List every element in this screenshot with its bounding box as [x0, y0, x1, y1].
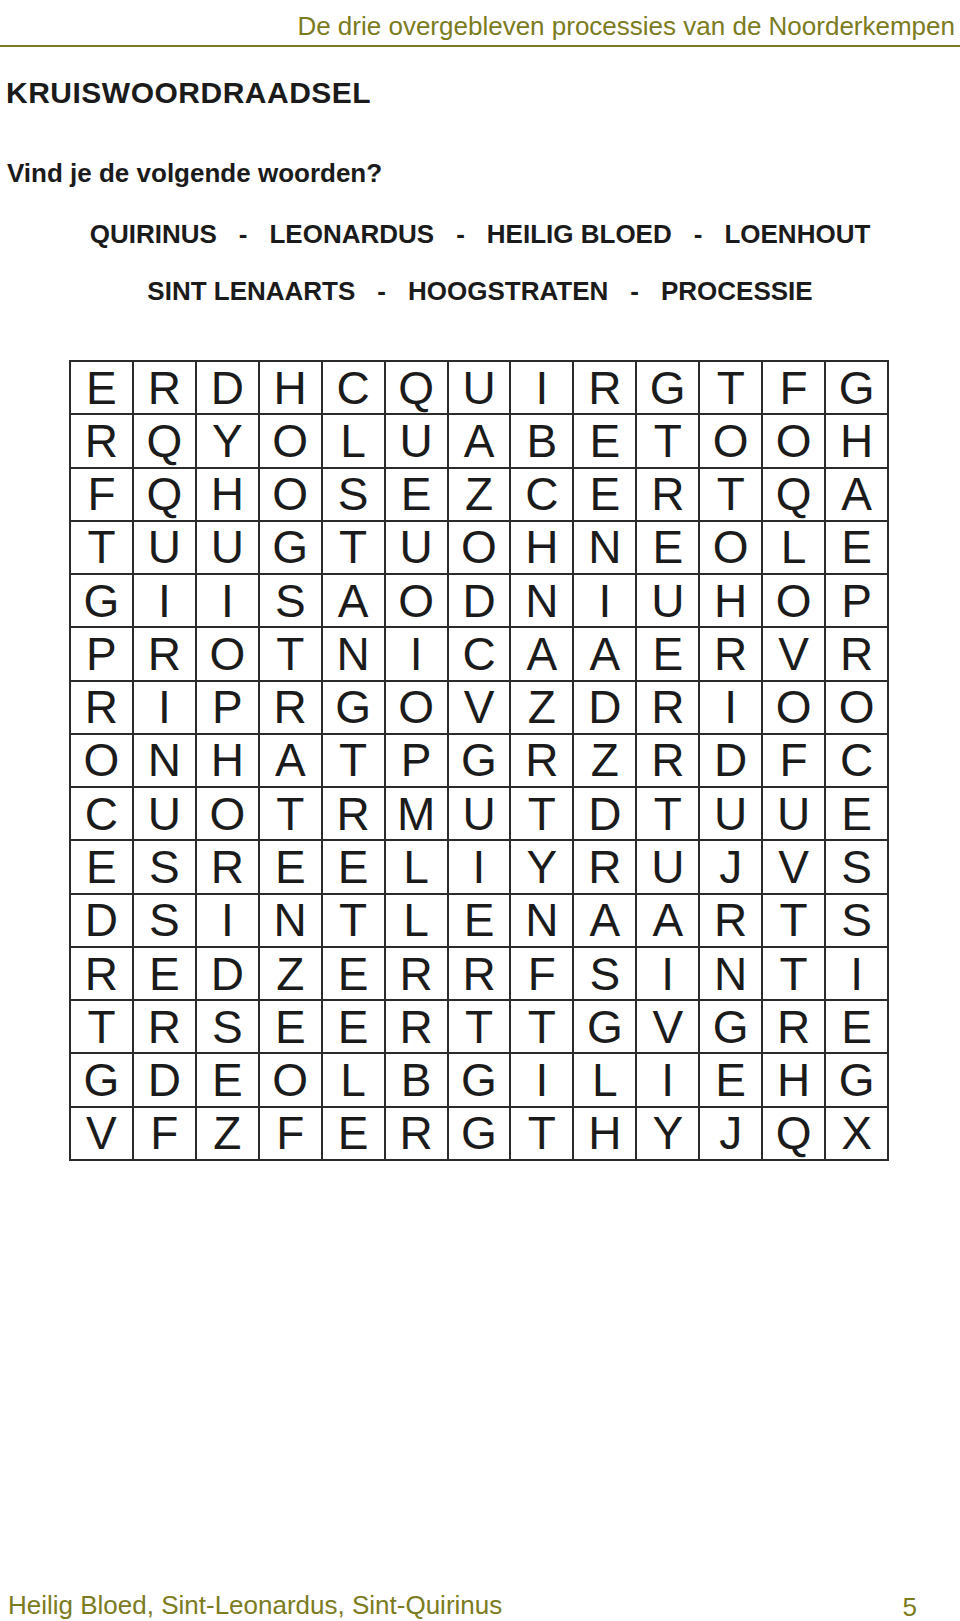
grid-cell-r5c13[interactable]: P: [825, 574, 888, 627]
grid-cell-r2c12[interactable]: O: [762, 414, 825, 467]
grid-cell-r11c5[interactable]: T: [322, 894, 385, 947]
grid-cell-r8c4[interactable]: A: [259, 734, 322, 787]
grid-cell-r6c10[interactable]: E: [636, 627, 699, 680]
grid-cell-r9c4[interactable]: T: [259, 787, 322, 840]
grid-cell-r15c11[interactable]: J: [699, 1107, 762, 1160]
grid-cell-r5c11[interactable]: H: [699, 574, 762, 627]
grid-cell-r15c3[interactable]: Z: [196, 1107, 259, 1160]
grid-cell-r3c6[interactable]: E: [385, 468, 448, 521]
grid-cell-r1c13[interactable]: G: [825, 361, 888, 414]
grid-cell-r10c2[interactable]: S: [133, 840, 196, 893]
grid-cell-r2c4[interactable]: O: [259, 414, 322, 467]
grid-cell-r2c7[interactable]: A: [448, 414, 511, 467]
grid-cell-r10c10[interactable]: U: [636, 840, 699, 893]
grid-cell-r12c4[interactable]: Z: [259, 947, 322, 1000]
grid-cell-r4c1[interactable]: T: [70, 521, 133, 574]
grid-cell-r4c5[interactable]: T: [322, 521, 385, 574]
grid-cell-r9c3[interactable]: O: [196, 787, 259, 840]
grid-cell-r7c12[interactable]: O: [762, 681, 825, 734]
grid-cell-r13c6[interactable]: R: [385, 1000, 448, 1053]
grid-cell-r11c7[interactable]: E: [448, 894, 511, 947]
grid-cell-r14c10[interactable]: I: [636, 1053, 699, 1106]
grid-cell-r4c11[interactable]: O: [699, 521, 762, 574]
grid-cell-r1c4[interactable]: H: [259, 361, 322, 414]
grid-cell-r13c10[interactable]: V: [636, 1000, 699, 1053]
grid-cell-r14c1[interactable]: G: [70, 1053, 133, 1106]
grid-cell-r10c13[interactable]: S: [825, 840, 888, 893]
grid-cell-r12c5[interactable]: E: [322, 947, 385, 1000]
grid-cell-r4c4[interactable]: G: [259, 521, 322, 574]
grid-cell-r6c1[interactable]: P: [70, 627, 133, 680]
grid-cell-r13c11[interactable]: G: [699, 1000, 762, 1053]
grid-cell-r15c8[interactable]: T: [510, 1107, 573, 1160]
grid-cell-r3c7[interactable]: Z: [448, 468, 511, 521]
grid-cell-r12c1[interactable]: R: [70, 947, 133, 1000]
grid-cell-r12c13[interactable]: I: [825, 947, 888, 1000]
grid-cell-r2c13[interactable]: H: [825, 414, 888, 467]
grid-cell-r8c1[interactable]: O: [70, 734, 133, 787]
grid-cell-r5c12[interactable]: O: [762, 574, 825, 627]
grid-cell-r2c6[interactable]: U: [385, 414, 448, 467]
grid-cell-r5c8[interactable]: N: [510, 574, 573, 627]
grid-cell-r8c7[interactable]: G: [448, 734, 511, 787]
grid-cell-r15c5[interactable]: E: [322, 1107, 385, 1160]
grid-cell-r7c4[interactable]: R: [259, 681, 322, 734]
grid-cell-r7c2[interactable]: I: [133, 681, 196, 734]
grid-cell-r3c3[interactable]: H: [196, 468, 259, 521]
grid-cell-r11c8[interactable]: N: [510, 894, 573, 947]
grid-cell-r13c12[interactable]: R: [762, 1000, 825, 1053]
grid-cell-r14c4[interactable]: O: [259, 1053, 322, 1106]
grid-cell-r8c3[interactable]: H: [196, 734, 259, 787]
grid-cell-r8c2[interactable]: N: [133, 734, 196, 787]
grid-cell-r13c2[interactable]: R: [133, 1000, 196, 1053]
grid-cell-r3c12[interactable]: Q: [762, 468, 825, 521]
document-header: De drie overgebleven processies van de N…: [0, 0, 960, 47]
search-word: PROCESSIE: [661, 276, 813, 307]
grid-cell-r8c13[interactable]: C: [825, 734, 888, 787]
word-separator: -: [630, 276, 639, 307]
grid-cell-r13c4[interactable]: E: [259, 1000, 322, 1053]
grid-cell-r15c6[interactable]: R: [385, 1107, 448, 1160]
grid-cell-r13c13[interactable]: E: [825, 1000, 888, 1053]
grid-cell-r10c11[interactable]: J: [699, 840, 762, 893]
grid-cell-r6c5[interactable]: N: [322, 627, 385, 680]
grid-cell-r5c10[interactable]: U: [636, 574, 699, 627]
grid-cell-r10c12[interactable]: V: [762, 840, 825, 893]
grid-cell-r3c5[interactable]: S: [322, 468, 385, 521]
grid-cell-r10c7[interactable]: I: [448, 840, 511, 893]
grid-cell-r4c2[interactable]: U: [133, 521, 196, 574]
grid-cell-r1c6[interactable]: Q: [385, 361, 448, 414]
grid-cell-r12c10[interactable]: I: [636, 947, 699, 1000]
grid-cell-r15c12[interactable]: Q: [762, 1107, 825, 1160]
grid-cell-r13c1[interactable]: T: [70, 1000, 133, 1053]
grid-cell-r11c12[interactable]: T: [762, 894, 825, 947]
grid-cell-r10c4[interactable]: E: [259, 840, 322, 893]
word-list-row-1: QUIRINUS-LEONARDUS-HEILIG BLOED-LOENHOUT: [0, 219, 960, 250]
grid-cell-r5c5[interactable]: A: [322, 574, 385, 627]
grid-cell-r13c5[interactable]: E: [322, 1000, 385, 1053]
grid-cell-r2c1[interactable]: R: [70, 414, 133, 467]
grid-cell-r6c11[interactable]: R: [699, 627, 762, 680]
footer-note: Heilig Bloed, Sint-Leonardus, Sint-Quiri…: [0, 1590, 510, 1621]
grid-cell-r8c9[interactable]: Z: [573, 734, 636, 787]
grid-cell-r4c10[interactable]: E: [636, 521, 699, 574]
grid-cell-r4c8[interactable]: H: [510, 521, 573, 574]
grid-cell-r2c11[interactable]: O: [699, 414, 762, 467]
grid-cell-r9c5[interactable]: R: [322, 787, 385, 840]
grid-cell-r14c7[interactable]: G: [448, 1053, 511, 1106]
grid-cell-r7c13[interactable]: O: [825, 681, 888, 734]
search-word: HEILIG BLOED: [487, 219, 672, 250]
word-search-grid: ERDHCQUIRGTFGRQYOLUABETOOHFQHOSEZCERTQAT…: [69, 360, 889, 1161]
grid-cell-r8c5[interactable]: T: [322, 734, 385, 787]
grid-cell-r10c1[interactable]: E: [70, 840, 133, 893]
grid-cell-r4c3[interactable]: U: [196, 521, 259, 574]
grid-cell-r5c6[interactable]: O: [385, 574, 448, 627]
grid-cell-r4c12[interactable]: L: [762, 521, 825, 574]
grid-cell-r13c8[interactable]: T: [510, 1000, 573, 1053]
grid-cell-r14c9[interactable]: L: [573, 1053, 636, 1106]
grid-cell-r7c5[interactable]: G: [322, 681, 385, 734]
grid-cell-r10c9[interactable]: R: [573, 840, 636, 893]
grid-cell-r14c12[interactable]: H: [762, 1053, 825, 1106]
grid-cell-r12c8[interactable]: F: [510, 947, 573, 1000]
grid-cell-r8c11[interactable]: D: [699, 734, 762, 787]
grid-cell-r1c11[interactable]: T: [699, 361, 762, 414]
word-separator: -: [377, 276, 386, 307]
grid-cell-r15c2[interactable]: F: [133, 1107, 196, 1160]
grid-cell-r12c7[interactable]: R: [448, 947, 511, 1000]
grid-cell-r7c1[interactable]: R: [70, 681, 133, 734]
grid-cell-r15c1[interactable]: V: [70, 1107, 133, 1160]
word-separator: -: [456, 219, 465, 250]
grid-cell-r8c6[interactable]: P: [385, 734, 448, 787]
grid-cell-r9c9[interactable]: D: [573, 787, 636, 840]
grid-cell-r3c13[interactable]: A: [825, 468, 888, 521]
grid-cell-r9c1[interactable]: C: [70, 787, 133, 840]
grid-cell-r9c11[interactable]: U: [699, 787, 762, 840]
grid-cell-r14c5[interactable]: L: [322, 1053, 385, 1106]
grid-cell-r15c13[interactable]: X: [825, 1107, 888, 1160]
grid-cell-r6c9[interactable]: A: [573, 627, 636, 680]
grid-cell-r9c12[interactable]: U: [762, 787, 825, 840]
grid-cell-r9c10[interactable]: T: [636, 787, 699, 840]
grid-cell-r14c8[interactable]: I: [510, 1053, 573, 1106]
grid-cell-r5c7[interactable]: D: [448, 574, 511, 627]
grid-cell-r3c8[interactable]: C: [510, 468, 573, 521]
grid-cell-r11c3[interactable]: I: [196, 894, 259, 947]
grid-cell-r14c2[interactable]: D: [133, 1053, 196, 1106]
grid-cell-r7c8[interactable]: Z: [510, 681, 573, 734]
grid-cell-r2c9[interactable]: E: [573, 414, 636, 467]
grid-cell-r6c13[interactable]: R: [825, 627, 888, 680]
grid-cell-r1c8[interactable]: I: [510, 361, 573, 414]
grid-cell-r12c2[interactable]: E: [133, 947, 196, 1000]
grid-cell-r12c3[interactable]: D: [196, 947, 259, 1000]
grid-cell-r2c2[interactable]: Q: [133, 414, 196, 467]
grid-cell-r2c8[interactable]: B: [510, 414, 573, 467]
grid-cell-r11c11[interactable]: R: [699, 894, 762, 947]
grid-cell-r4c13[interactable]: E: [825, 521, 888, 574]
grid-cell-r13c9[interactable]: G: [573, 1000, 636, 1053]
grid-cell-r9c8[interactable]: T: [510, 787, 573, 840]
word-list-row-2: SINT LENAARTS-HOOGSTRATEN-PROCESSIE: [0, 276, 960, 307]
grid-cell-r3c2[interactable]: Q: [133, 468, 196, 521]
grid-cell-r7c7[interactable]: V: [448, 681, 511, 734]
page-title: De drie overgebleven processies van de N…: [297, 11, 955, 42]
grid-cell-r14c3[interactable]: E: [196, 1053, 259, 1106]
grid-cell-r1c2[interactable]: R: [133, 361, 196, 414]
grid-cell-r3c11[interactable]: T: [699, 468, 762, 521]
word-separator: -: [694, 219, 703, 250]
grid-cell-r3c10[interactable]: R: [636, 468, 699, 521]
grid-cell-r5c9[interactable]: I: [573, 574, 636, 627]
search-word: LEONARDUS: [269, 219, 434, 250]
grid-cell-r4c6[interactable]: U: [385, 521, 448, 574]
find-words-prompt: Vind je de volgende woorden?: [7, 158, 382, 189]
search-word: HOOGSTRATEN: [408, 276, 608, 307]
grid-cell-r6c12[interactable]: V: [762, 627, 825, 680]
grid-cell-r10c8[interactable]: Y: [510, 840, 573, 893]
grid-cell-r9c2[interactable]: U: [133, 787, 196, 840]
grid-cell-r1c7[interactable]: U: [448, 361, 511, 414]
grid-cell-r1c1[interactable]: E: [70, 361, 133, 414]
grid-cell-r11c4[interactable]: N: [259, 894, 322, 947]
grid-cell-r15c9[interactable]: H: [573, 1107, 636, 1160]
grid-cell-r12c12[interactable]: T: [762, 947, 825, 1000]
grid-cell-r3c1[interactable]: F: [70, 468, 133, 521]
grid-cell-r1c5[interactable]: C: [322, 361, 385, 414]
grid-cell-r15c10[interactable]: Y: [636, 1107, 699, 1160]
search-word: SINT LENAARTS: [147, 276, 355, 307]
grid-cell-r10c5[interactable]: E: [322, 840, 385, 893]
grid-cell-r3c4[interactable]: O: [259, 468, 322, 521]
grid-cell-r11c9[interactable]: A: [573, 894, 636, 947]
grid-cell-r7c10[interactable]: R: [636, 681, 699, 734]
grid-cell-r8c10[interactable]: R: [636, 734, 699, 787]
grid-cell-r14c13[interactable]: G: [825, 1053, 888, 1106]
grid-cell-r1c9[interactable]: R: [573, 361, 636, 414]
grid-cell-r12c6[interactable]: R: [385, 947, 448, 1000]
grid-cell-r9c6[interactable]: M: [385, 787, 448, 840]
grid-cell-r1c10[interactable]: G: [636, 361, 699, 414]
grid-cell-r3c9[interactable]: E: [573, 468, 636, 521]
word-separator: -: [239, 219, 248, 250]
grid-cell-r6c7[interactable]: C: [448, 627, 511, 680]
grid-cell-r4c7[interactable]: O: [448, 521, 511, 574]
grid-cell-r11c10[interactable]: A: [636, 894, 699, 947]
grid-cell-r7c9[interactable]: D: [573, 681, 636, 734]
document-page: De drie overgebleven processies van de N…: [0, 0, 960, 1621]
grid-cell-r5c2[interactable]: I: [133, 574, 196, 627]
grid-cell-r14c11[interactable]: E: [699, 1053, 762, 1106]
search-word: LOENHOUT: [724, 219, 870, 250]
grid-cell-r5c1[interactable]: G: [70, 574, 133, 627]
grid-cell-r7c3[interactable]: P: [196, 681, 259, 734]
page-number: 5: [903, 1592, 917, 1621]
grid-cell-r6c8[interactable]: A: [510, 627, 573, 680]
grid-cell-r1c3[interactable]: D: [196, 361, 259, 414]
grid-cell-r15c4[interactable]: F: [259, 1107, 322, 1160]
grid-cell-r15c7[interactable]: G: [448, 1107, 511, 1160]
grid-cell-r6c4[interactable]: T: [259, 627, 322, 680]
grid-cell-r8c8[interactable]: R: [510, 734, 573, 787]
grid-cell-r11c2[interactable]: S: [133, 894, 196, 947]
grid-cell-r2c10[interactable]: T: [636, 414, 699, 467]
grid-cell-r12c11[interactable]: N: [699, 947, 762, 1000]
grid-cell-r2c3[interactable]: Y: [196, 414, 259, 467]
grid-cell-r10c6[interactable]: L: [385, 840, 448, 893]
grid-cell-r5c3[interactable]: I: [196, 574, 259, 627]
search-word: QUIRINUS: [90, 219, 217, 250]
grid-cell-r6c3[interactable]: O: [196, 627, 259, 680]
grid-cell-r7c11[interactable]: I: [699, 681, 762, 734]
grid-cell-r2c5[interactable]: L: [322, 414, 385, 467]
grid-cell-r9c13[interactable]: E: [825, 787, 888, 840]
grid-cell-r10c3[interactable]: R: [196, 840, 259, 893]
grid-cell-r8c12[interactable]: F: [762, 734, 825, 787]
grid-cell-r5c4[interactable]: S: [259, 574, 322, 627]
grid-cell-r11c13[interactable]: S: [825, 894, 888, 947]
grid-cell-r11c1[interactable]: D: [70, 894, 133, 947]
grid-cell-r14c6[interactable]: B: [385, 1053, 448, 1106]
grid-cell-r4c9[interactable]: N: [573, 521, 636, 574]
grid-cell-r13c3[interactable]: S: [196, 1000, 259, 1053]
grid-cell-r11c6[interactable]: L: [385, 894, 448, 947]
grid-cell-r6c2[interactable]: R: [133, 627, 196, 680]
grid-cell-r12c9[interactable]: S: [573, 947, 636, 1000]
section-title: KRUISWOORDRAADSEL: [6, 76, 371, 110]
grid-cell-r13c7[interactable]: T: [448, 1000, 511, 1053]
grid-cell-r7c6[interactable]: O: [385, 681, 448, 734]
grid-cell-r6c6[interactable]: I: [385, 627, 448, 680]
grid-cell-r1c12[interactable]: F: [762, 361, 825, 414]
grid-cell-r9c7[interactable]: U: [448, 787, 511, 840]
